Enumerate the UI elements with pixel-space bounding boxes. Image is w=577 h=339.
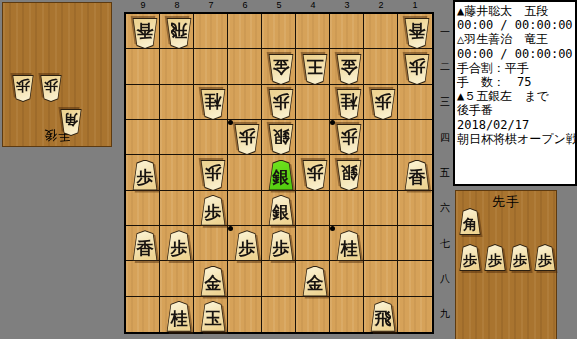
piece-kanji: 桂 (335, 89, 363, 115)
square-7-2[interactable] (194, 49, 228, 84)
gote-label: 後手 (3, 126, 111, 144)
gote-pawn[interactable]: 歩 (11, 75, 35, 102)
rank-label-2: 二 (437, 49, 453, 84)
file-label-3: 3 (330, 0, 364, 11)
file-label-5: 5 (262, 0, 296, 11)
info-line-1: ▲藤井聡太 五段 (455, 4, 575, 18)
shogi-kifu-viewer: { "game": "shogi", "position": { "sfen":… (0, 0, 577, 339)
square-4-7[interactable] (296, 226, 330, 261)
star-point-1 (228, 120, 233, 125)
piece-kanji: 銀 (267, 124, 295, 150)
piece-kanji: 歩 (458, 248, 482, 271)
rank-label-3: 三 (437, 85, 453, 120)
rank-label-4: 四 (437, 120, 453, 155)
piece-kanji: 歩 (301, 160, 329, 186)
info-line-4: 00:00 / 00:00:00 (455, 47, 575, 61)
square-9-4[interactable] (126, 120, 160, 155)
square-1-6[interactable] (398, 191, 432, 226)
square-3-6[interactable] (330, 191, 364, 226)
piece-kanji: 歩 (403, 54, 431, 80)
piece-kanji: 歩 (11, 75, 35, 98)
shogi-board: 香飛香金王金歩桂歩桂歩歩銀歩歩歩銀歩銀香歩銀香歩歩歩桂金金桂玉飛 (124, 12, 434, 334)
piece-kanji: 金 (267, 54, 295, 80)
piece-kanji: 銀 (267, 165, 295, 191)
square-3-9[interactable] (330, 297, 364, 332)
piece-kanji: 桂 (199, 89, 227, 115)
square-8-4[interactable] (160, 120, 194, 155)
square-7-7[interactable] (194, 226, 228, 261)
piece-kanji: 香 (131, 235, 159, 261)
piece-kanji: 歩 (165, 235, 193, 261)
square-1-4[interactable] (398, 120, 432, 155)
piece-kanji: 香 (403, 18, 431, 44)
piece-kanji: 歩 (508, 248, 532, 271)
info-panel: ▲藤井聡太 五段00:00 / 00:00:00△羽生善治 竜王00:00 / … (453, 0, 577, 186)
square-2-4[interactable] (364, 120, 398, 155)
info-line-7: ▲５五銀左 まで (455, 89, 575, 103)
rank-label-7: 七 (437, 226, 453, 261)
gote-knight[interactable]: 桂 (335, 89, 363, 120)
piece-kanji: 角 (59, 109, 83, 132)
sente-pawn[interactable]: 歩 (483, 244, 507, 271)
piece-kanji: 銀 (267, 200, 295, 226)
piece-kanji: 玉 (199, 306, 227, 332)
square-2-2[interactable] (364, 49, 398, 84)
square-2-6[interactable] (364, 191, 398, 226)
info-line-10: 朝日杯将棋オープン戦 (455, 132, 575, 146)
sente-pawn[interactable]: 歩 (458, 244, 482, 271)
square-4-4[interactable] (296, 120, 330, 155)
square-6-2[interactable] (228, 49, 262, 84)
square-9-2[interactable] (126, 49, 160, 84)
sente-knight[interactable]: 桂 (335, 230, 363, 261)
piece-kanji: 香 (403, 165, 431, 191)
gote-hand-tray: 後手 歩歩角 (2, 2, 112, 147)
square-1-3[interactable] (398, 85, 432, 120)
sente-lance[interactable]: 香 (131, 230, 159, 261)
gote-bishop[interactable]: 角 (59, 109, 83, 136)
piece-kanji: 歩 (39, 75, 63, 98)
piece-kanji: 歩 (199, 160, 227, 186)
square-9-3[interactable] (126, 85, 160, 120)
file-label-9: 9 (126, 0, 160, 11)
piece-kanji: 飛 (165, 18, 193, 44)
gote-pawn[interactable]: 歩 (199, 160, 227, 191)
square-4-1[interactable] (296, 14, 330, 49)
piece-kanji: 歩 (267, 235, 295, 261)
file-label-8: 8 (160, 0, 194, 11)
square-5-9[interactable] (262, 297, 296, 332)
file-labels: 987654321 (126, 0, 432, 11)
piece-kanji: 歩 (335, 124, 363, 150)
sente-pawn[interactable]: 歩 (165, 230, 193, 261)
square-3-1[interactable] (330, 14, 364, 49)
rank-labels: 一二三四五六七八九 (437, 14, 453, 332)
rank-label-8: 八 (437, 261, 453, 296)
star-point-3 (228, 226, 233, 231)
piece-kanji: 金 (199, 271, 227, 297)
info-line-8: 後手番 (455, 103, 575, 117)
sente-silver-lastmove[interactable]: 銀 (267, 160, 295, 191)
gote-king[interactable]: 王 (301, 54, 329, 85)
square-9-8[interactable] (126, 261, 160, 296)
gote-pawn[interactable]: 歩 (369, 89, 397, 120)
square-3-8[interactable] (330, 261, 364, 296)
info-line-5: 手合割：平手 (455, 61, 575, 75)
sente-pawn[interactable]: 歩 (233, 230, 261, 261)
sente-silver[interactable]: 銀 (267, 195, 295, 226)
gote-silver[interactable]: 銀 (335, 160, 363, 191)
square-1-7[interactable] (398, 226, 432, 261)
square-4-9[interactable] (296, 297, 330, 332)
piece-kanji: 歩 (533, 248, 557, 271)
square-2-8[interactable] (364, 261, 398, 296)
square-6-6[interactable] (228, 191, 262, 226)
sente-king[interactable]: 玉 (199, 301, 227, 332)
sente-hand-tray: 先手 角歩歩歩歩 (455, 190, 557, 339)
gote-pawn[interactable]: 歩 (301, 160, 329, 191)
piece-kanji: 金 (335, 54, 363, 80)
piece-kanji: 歩 (483, 248, 507, 271)
square-8-6[interactable] (160, 191, 194, 226)
rank-label-5: 五 (437, 155, 453, 190)
square-2-5[interactable] (364, 155, 398, 190)
file-label-7: 7 (194, 0, 228, 11)
piece-kanji: 桂 (335, 235, 363, 261)
square-1-9[interactable] (398, 297, 432, 332)
piece-kanji: 歩 (199, 200, 227, 226)
file-label-6: 6 (228, 0, 262, 11)
piece-kanji: 銀 (335, 160, 363, 186)
piece-kanji: 香 (131, 18, 159, 44)
info-line-3: △羽生善治 竜王 (455, 32, 575, 46)
piece-kanji: 歩 (267, 89, 295, 115)
file-label-2: 2 (364, 0, 398, 11)
gote-pawn[interactable]: 歩 (335, 124, 363, 155)
piece-kanji: 飛 (369, 306, 397, 332)
piece-kanji: 歩 (369, 89, 397, 115)
square-7-4[interactable] (194, 120, 228, 155)
gote-pawn[interactable]: 歩 (267, 89, 295, 120)
gote-silver[interactable]: 銀 (267, 124, 295, 155)
square-8-8[interactable] (160, 261, 194, 296)
gote-pawn[interactable]: 歩 (39, 75, 63, 102)
file-label-1: 1 (398, 0, 432, 11)
sente-pawn[interactable]: 歩 (508, 244, 532, 271)
sente-gold[interactable]: 金 (301, 266, 329, 297)
rank-label-1: 一 (437, 14, 453, 49)
square-9-6[interactable] (126, 191, 160, 226)
info-line-2: 00:00 / 00:00:00 (455, 18, 575, 32)
gote-lance[interactable]: 香 (131, 18, 159, 49)
square-4-3[interactable] (296, 85, 330, 120)
sente-gold[interactable]: 金 (199, 266, 227, 297)
gote-gold[interactable]: 金 (335, 54, 363, 85)
info-line-6: 手 数： 75 (455, 75, 575, 89)
piece-kanji: 金 (301, 271, 329, 297)
square-6-9[interactable] (228, 297, 262, 332)
sente-pawn[interactable]: 歩 (533, 244, 557, 271)
square-6-1[interactable] (228, 14, 262, 49)
piece-kanji: 王 (301, 54, 329, 80)
square-6-3[interactable] (228, 85, 262, 120)
square-6-8[interactable] (228, 261, 262, 296)
square-4-6[interactable] (296, 191, 330, 226)
piece-kanji: 角 (458, 212, 482, 235)
square-8-2[interactable] (160, 49, 194, 84)
sente-pawn[interactable]: 歩 (131, 160, 159, 191)
rank-label-6: 六 (437, 191, 453, 226)
square-2-7[interactable] (364, 226, 398, 261)
piece-kanji: 桂 (165, 306, 193, 332)
square-8-3[interactable] (160, 85, 194, 120)
star-point-2 (330, 120, 335, 125)
square-8-5[interactable] (160, 155, 194, 190)
piece-kanji: 歩 (233, 124, 261, 150)
sente-pawn[interactable]: 歩 (199, 195, 227, 226)
gote-knight[interactable]: 桂 (199, 89, 227, 120)
sente-bishop[interactable]: 角 (458, 208, 482, 235)
gote-pawn[interactable]: 歩 (233, 124, 261, 155)
piece-kanji: 歩 (131, 165, 159, 191)
sente-lance[interactable]: 香 (403, 160, 431, 191)
square-5-8[interactable] (262, 261, 296, 296)
piece-kanji: 歩 (233, 235, 261, 261)
rank-label-9: 九 (437, 297, 453, 332)
gote-lance[interactable]: 香 (403, 18, 431, 49)
square-7-1[interactable] (194, 14, 228, 49)
square-2-1[interactable] (364, 14, 398, 49)
square-6-5[interactable] (228, 155, 262, 190)
gote-rook[interactable]: 飛 (165, 18, 193, 49)
file-label-4: 4 (296, 0, 330, 11)
square-9-9[interactable] (126, 297, 160, 332)
sente-pawn[interactable]: 歩 (267, 230, 295, 261)
square-5-1[interactable] (262, 14, 296, 49)
info-line-9: 2018/02/17 (455, 118, 575, 132)
gote-pawn[interactable]: 歩 (403, 54, 431, 85)
star-point-4 (330, 226, 335, 231)
square-1-8[interactable] (398, 261, 432, 296)
sente-rook[interactable]: 飛 (369, 301, 397, 332)
sente-knight[interactable]: 桂 (165, 301, 193, 332)
gote-gold[interactable]: 金 (267, 54, 295, 85)
